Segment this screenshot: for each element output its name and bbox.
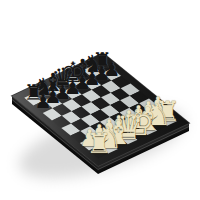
chess-set-product-photo: ♜♞♝♛♚♝♞♜♟♟♟♟♟♟♟♟♟♟♟♟♟♟♟♟♜♞♝♛♚♝♞♜ — [0, 0, 200, 200]
